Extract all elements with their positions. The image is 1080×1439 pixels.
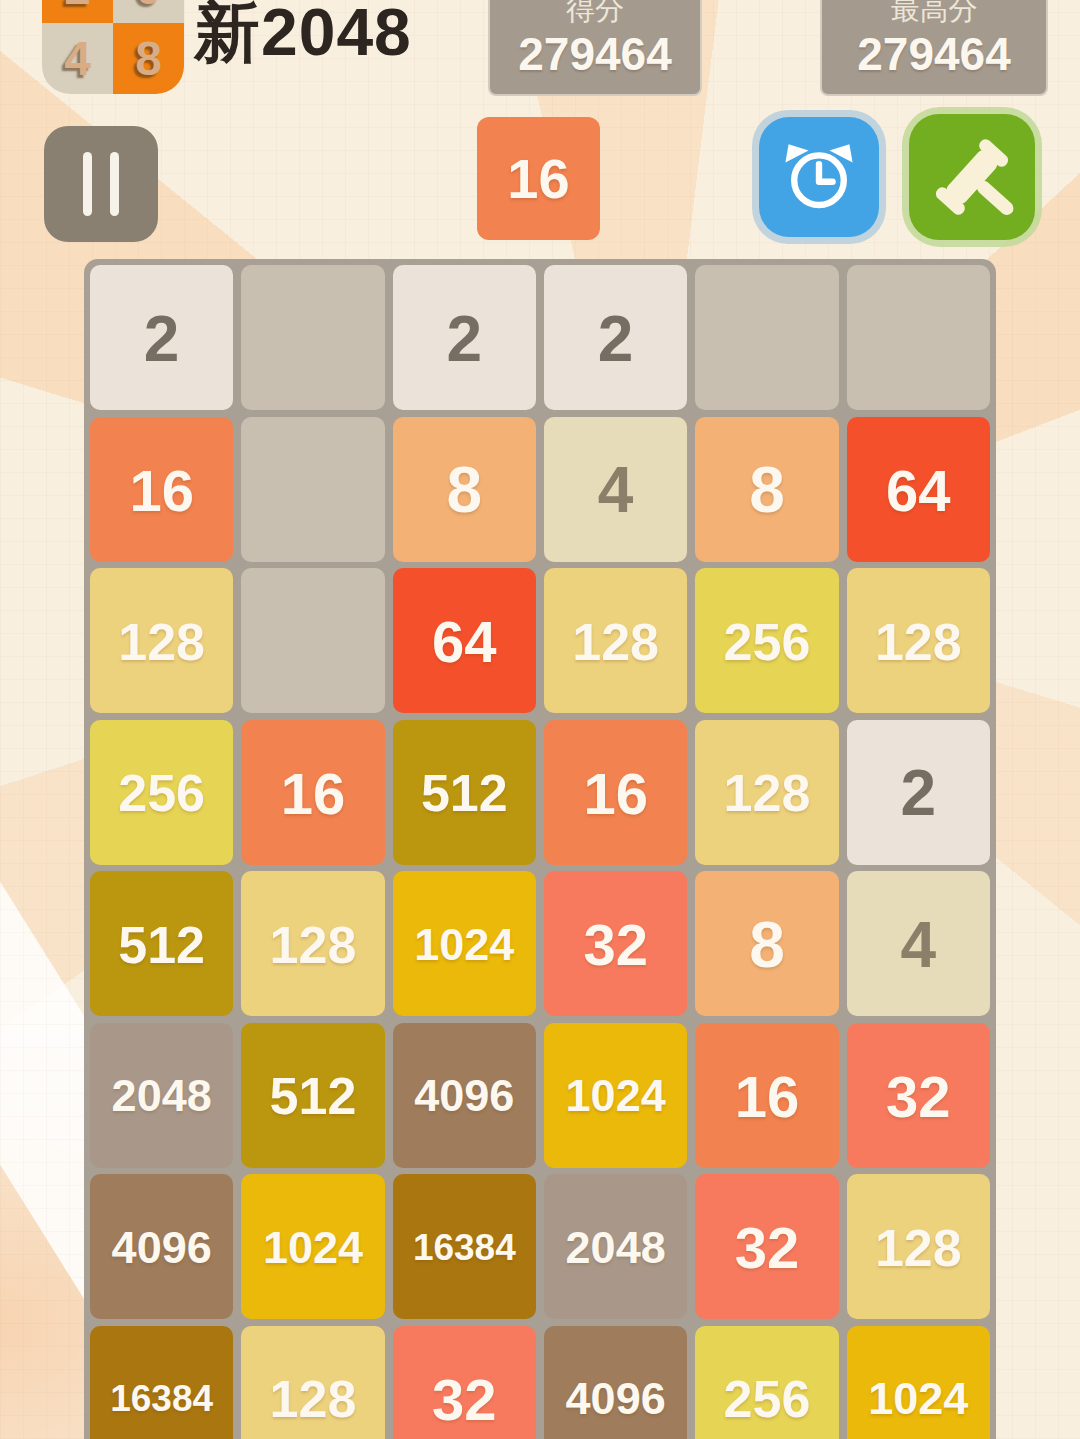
empty-cell — [241, 568, 384, 713]
tile-1024: 1024 — [847, 1326, 990, 1439]
tile-value: 256 — [724, 1369, 811, 1429]
tile-value: 2 — [447, 302, 483, 376]
logo-tile-8: 8 — [113, 23, 184, 94]
tile-256: 256 — [695, 568, 838, 713]
logo-tile-4: 4 — [42, 23, 113, 94]
tile-2: 2 — [393, 265, 536, 410]
empty-cell — [847, 265, 990, 410]
tile-4: 4 — [544, 417, 687, 562]
logo-tile-0: 0 — [113, 0, 184, 23]
tile-value: 32 — [886, 1063, 951, 1130]
tile-value: 16384 — [110, 1378, 213, 1420]
tile-2048: 2048 — [544, 1174, 687, 1319]
tile-value: 2 — [144, 302, 180, 376]
tile-value: 1024 — [414, 919, 514, 971]
tile-128: 128 — [695, 720, 838, 865]
hammer-button[interactable] — [902, 107, 1042, 247]
empty-cell — [241, 417, 384, 562]
pause-icon — [110, 152, 119, 216]
tile-4096: 4096 — [544, 1326, 687, 1439]
tile-value: 64 — [432, 608, 497, 675]
tile-1024: 1024 — [393, 871, 536, 1016]
empty-cell — [241, 265, 384, 410]
tile-value: 4 — [598, 453, 634, 527]
empty-cell — [695, 265, 838, 410]
tile-value: 256 — [118, 763, 205, 823]
tile-value: 256 — [724, 612, 811, 672]
score-label: 得分 — [566, 0, 624, 26]
tile-32: 32 — [544, 871, 687, 1016]
tile-1024: 1024 — [544, 1023, 687, 1168]
logo-tile-2: 2 — [42, 0, 113, 23]
tile-128: 128 — [544, 568, 687, 713]
tile-value: 4096 — [112, 1222, 212, 1274]
tile-128: 128 — [90, 568, 233, 713]
tile-value: 1024 — [868, 1373, 968, 1425]
tile-value: 128 — [724, 763, 811, 823]
tile-128: 128 — [241, 1326, 384, 1439]
tile-16: 16 — [241, 720, 384, 865]
best-score-box: 最高分 279464 — [820, 0, 1048, 96]
tile-1024: 1024 — [241, 1174, 384, 1319]
pause-icon — [83, 152, 92, 216]
tile-16: 16 — [544, 720, 687, 865]
tile-value: 16 — [281, 760, 346, 827]
tile-64: 64 — [847, 417, 990, 562]
tile-512: 512 — [241, 1023, 384, 1168]
tile-8: 8 — [695, 417, 838, 562]
tile-64: 64 — [393, 568, 536, 713]
tile-256: 256 — [90, 720, 233, 865]
tile-128: 128 — [847, 568, 990, 713]
tile-2: 2 — [90, 265, 233, 410]
tile-value: 32 — [735, 1214, 800, 1281]
app-logo-2048: 2 0 4 8 — [42, 0, 184, 94]
tile-2048: 2048 — [90, 1023, 233, 1168]
tile-2: 2 — [847, 720, 990, 865]
tile-512: 512 — [90, 871, 233, 1016]
tile-value: 8 — [749, 908, 785, 982]
tile-16384: 16384 — [90, 1326, 233, 1439]
score-box: 得分 279464 — [488, 0, 702, 96]
tile-value: 128 — [270, 915, 357, 975]
tile-128: 128 — [847, 1174, 990, 1319]
alarm-clock-icon — [759, 117, 879, 237]
tile-value: 128 — [270, 1369, 357, 1429]
tile-512: 512 — [393, 720, 536, 865]
next-tile-preview: 16 — [477, 117, 600, 240]
tile-value: 64 — [886, 457, 951, 524]
tile-value: 128 — [118, 612, 205, 672]
tile-value: 1024 — [263, 1222, 363, 1274]
tile-32: 32 — [847, 1023, 990, 1168]
tile-value: 512 — [270, 1066, 357, 1126]
tile-value: 512 — [118, 915, 205, 975]
tile-value: 2 — [901, 756, 937, 830]
tile-128: 128 — [241, 871, 384, 1016]
game-screen: 2 0 4 8 新2048 得分 279464 最高分 279464 16 — [0, 0, 1080, 1439]
tile-2: 2 — [544, 265, 687, 410]
best-score-label: 最高分 — [891, 0, 978, 26]
tile-4: 4 — [847, 871, 990, 1016]
game-board[interactable]: 2221684864128641282561282561651216128251… — [84, 259, 996, 1439]
tile-value: 1024 — [566, 1070, 666, 1122]
tile-value: 16 — [583, 760, 648, 827]
tile-value: 2048 — [566, 1222, 666, 1274]
best-score-value: 279464 — [857, 26, 1011, 82]
tile-8: 8 — [393, 417, 536, 562]
tile-value: 8 — [447, 453, 483, 527]
tile-value: 16384 — [413, 1227, 516, 1269]
tile-value: 32 — [432, 1366, 497, 1433]
tile-4096: 4096 — [90, 1174, 233, 1319]
timer-button[interactable] — [752, 110, 886, 244]
tile-4096: 4096 — [393, 1023, 536, 1168]
pause-button[interactable] — [44, 126, 158, 242]
tile-value: 4 — [901, 908, 937, 982]
tile-value: 32 — [583, 911, 648, 978]
tile-16: 16 — [90, 417, 233, 562]
tile-32: 32 — [393, 1326, 536, 1439]
tile-16384: 16384 — [393, 1174, 536, 1319]
tile-value: 128 — [875, 1218, 962, 1278]
tile-value: 16 — [129, 457, 194, 524]
tile-value: 128 — [875, 612, 962, 672]
tile-32: 32 — [695, 1174, 838, 1319]
page-title: 新2048 — [194, 0, 412, 78]
tile-value: 512 — [421, 763, 508, 823]
tile-16: 16 — [695, 1023, 838, 1168]
gavel-icon — [909, 114, 1035, 240]
tile-value: 2048 — [112, 1070, 212, 1122]
tile-value: 4096 — [414, 1070, 514, 1122]
tile-value: 8 — [749, 453, 785, 527]
tile-value: 128 — [572, 612, 659, 672]
tile-value: 4096 — [566, 1373, 666, 1425]
tile-value: 2 — [598, 302, 634, 376]
score-value: 279464 — [518, 26, 672, 82]
tile-8: 8 — [695, 871, 838, 1016]
tile-256: 256 — [695, 1326, 838, 1439]
tile-value: 16 — [735, 1063, 800, 1130]
